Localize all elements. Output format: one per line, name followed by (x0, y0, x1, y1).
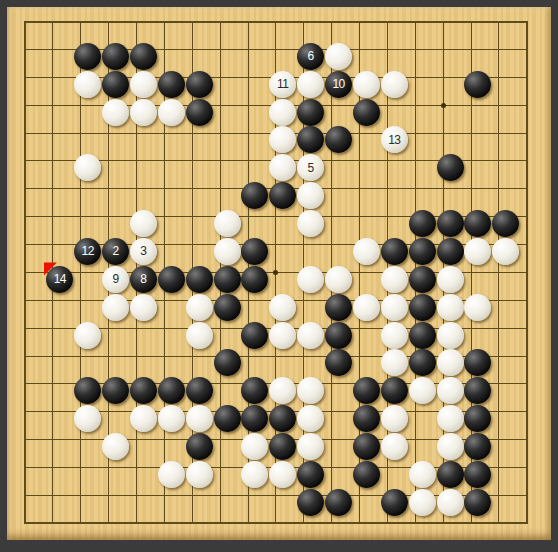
board-point[interactable] (380, 405, 408, 433)
stone-black (241, 405, 268, 432)
board-point[interactable] (185, 377, 213, 405)
board-point[interactable] (241, 433, 269, 461)
board-point[interactable] (157, 405, 185, 433)
board-point[interactable] (436, 210, 464, 238)
board-point[interactable] (157, 98, 185, 126)
stone-black (214, 266, 241, 293)
stone-white (74, 322, 101, 349)
board-point[interactable] (436, 154, 464, 182)
board-point[interactable]: 8 (130, 265, 158, 293)
stone-black (325, 489, 352, 516)
stone-black (214, 294, 241, 321)
stone-white (102, 433, 129, 460)
board-point[interactable] (74, 154, 102, 182)
board-point[interactable] (464, 70, 492, 98)
stone-black (158, 71, 185, 98)
stone-black (186, 99, 213, 126)
stone-black (409, 266, 436, 293)
stone-white (297, 210, 324, 237)
stone-black (186, 377, 213, 404)
board-point[interactable] (436, 238, 464, 266)
board-point[interactable] (74, 42, 102, 70)
board-point[interactable] (436, 433, 464, 461)
board-point[interactable] (436, 488, 464, 516)
move-number-label: 3 (140, 245, 146, 257)
board-point[interactable]: 6 (297, 42, 325, 70)
board-point[interactable]: 9 (102, 265, 130, 293)
stone-white (158, 405, 185, 432)
board-point[interactable] (102, 42, 130, 70)
board-point[interactable] (436, 321, 464, 349)
stone-white (437, 433, 464, 460)
board-point[interactable] (436, 265, 464, 293)
board-point[interactable] (74, 70, 102, 98)
stone-black (186, 433, 213, 460)
board-point[interactable] (269, 293, 297, 321)
board-point[interactable] (353, 461, 381, 489)
move-number-label: 8 (140, 273, 146, 285)
board-point[interactable] (185, 321, 213, 349)
stone-white (437, 266, 464, 293)
stone-black (492, 210, 519, 237)
board-point[interactable] (269, 405, 297, 433)
board-point[interactable] (213, 293, 241, 321)
board-point[interactable] (408, 293, 436, 321)
board-point[interactable] (325, 293, 353, 321)
board-point[interactable] (297, 265, 325, 293)
board-point[interactable] (464, 461, 492, 489)
stone-black (437, 154, 464, 181)
stone-black (158, 266, 185, 293)
board-point[interactable] (185, 265, 213, 293)
board-point[interactable] (492, 238, 520, 266)
move-number-label: 2 (112, 245, 118, 257)
stone-black (464, 377, 491, 404)
board-point[interactable] (325, 349, 353, 377)
board-point[interactable]: 14 (46, 265, 74, 293)
board-point[interactable] (380, 488, 408, 516)
board-point[interactable] (241, 461, 269, 489)
board-point[interactable] (269, 98, 297, 126)
stone-black (325, 322, 352, 349)
board-point[interactable] (436, 377, 464, 405)
board-point[interactable] (185, 70, 213, 98)
stone-black (325, 294, 352, 321)
stone-black (241, 182, 268, 209)
stone-black (74, 43, 101, 70)
stone-white (381, 405, 408, 432)
stone-white (269, 322, 296, 349)
board-point[interactable] (464, 377, 492, 405)
board-point[interactable] (185, 98, 213, 126)
board-point[interactable] (213, 405, 241, 433)
board-point[interactable] (353, 98, 381, 126)
board-point[interactable] (74, 377, 102, 405)
board-point[interactable] (325, 265, 353, 293)
stone-black (269, 182, 296, 209)
board-point[interactable] (353, 238, 381, 266)
board-point[interactable] (130, 98, 158, 126)
board-point[interactable] (492, 210, 520, 238)
stone-black (437, 461, 464, 488)
stone-white: 9 (102, 266, 129, 293)
stone-black (130, 43, 157, 70)
stone-white: 13 (381, 126, 408, 153)
stone-white (297, 71, 324, 98)
board-point[interactable] (130, 377, 158, 405)
stone-black: 12 (74, 238, 101, 265)
board-point[interactable] (130, 210, 158, 238)
stone-black (102, 377, 129, 404)
board-point[interactable] (353, 377, 381, 405)
board-point[interactable] (297, 433, 325, 461)
board-point[interactable] (408, 265, 436, 293)
stone-white (158, 461, 185, 488)
board-point[interactable] (436, 405, 464, 433)
stone-black (130, 377, 157, 404)
board-point[interactable] (464, 405, 492, 433)
board-point[interactable] (353, 293, 381, 321)
board-point[interactable] (353, 70, 381, 98)
stone-white (269, 99, 296, 126)
stone-white (437, 405, 464, 432)
stone-black (241, 266, 268, 293)
board-point[interactable]: 2 (102, 238, 130, 266)
board-point[interactable] (185, 461, 213, 489)
board-point[interactable] (408, 349, 436, 377)
board-point[interactable] (297, 405, 325, 433)
stone-black (409, 238, 436, 265)
board-point[interactable] (436, 461, 464, 489)
stones-grid: 6111013512231498 (18, 15, 548, 545)
move-number-label: 12 (82, 245, 94, 257)
board-point[interactable] (130, 42, 158, 70)
board-point[interactable] (436, 349, 464, 377)
stone-white (74, 405, 101, 432)
board-point[interactable] (297, 461, 325, 489)
stone-black (464, 71, 491, 98)
board-point[interactable] (157, 377, 185, 405)
stone-white (269, 377, 296, 404)
move-number-label: 14 (54, 273, 66, 285)
stone-white (297, 182, 324, 209)
board-point[interactable] (213, 265, 241, 293)
stone-black (297, 99, 324, 126)
stone-white (492, 238, 519, 265)
board-point[interactable] (325, 126, 353, 154)
stone-white (381, 349, 408, 376)
stone-black: 6 (297, 43, 324, 70)
stone-white (214, 238, 241, 265)
stone-white (437, 377, 464, 404)
board-point[interactable]: 5 (297, 154, 325, 182)
board-point[interactable] (157, 461, 185, 489)
board-point[interactable] (436, 293, 464, 321)
stone-black (464, 489, 491, 516)
stone-white (353, 238, 380, 265)
go-diagram-screenshot: 6111013512231498 (0, 0, 558, 552)
stone-black (464, 405, 491, 432)
board-point[interactable] (408, 461, 436, 489)
stone-black (381, 489, 408, 516)
stone-white (102, 99, 129, 126)
stone-black (186, 71, 213, 98)
board-point[interactable] (464, 488, 492, 516)
stone-black (381, 377, 408, 404)
stone-white (437, 349, 464, 376)
stone-white (269, 294, 296, 321)
stone-black (74, 377, 101, 404)
stone-black: 14 (46, 266, 73, 293)
board-point[interactable] (464, 433, 492, 461)
board-point[interactable] (297, 377, 325, 405)
stone-white (437, 322, 464, 349)
stone-black (409, 349, 436, 376)
stone-black (297, 126, 324, 153)
board-point[interactable] (241, 377, 269, 405)
stone-white (269, 154, 296, 181)
move-number-label: 13 (388, 134, 400, 146)
stone-black (269, 433, 296, 460)
stone-black (325, 126, 352, 153)
stone-white (464, 294, 491, 321)
board-point[interactable] (380, 433, 408, 461)
stone-white (158, 99, 185, 126)
stone-white (186, 461, 213, 488)
board-point[interactable] (269, 182, 297, 210)
board-point[interactable] (241, 182, 269, 210)
stone-black: 8 (130, 266, 157, 293)
stone-black (464, 433, 491, 460)
stone-black (437, 238, 464, 265)
stone-white (186, 294, 213, 321)
board-point[interactable] (269, 321, 297, 349)
board-point[interactable] (130, 70, 158, 98)
stone-white (130, 99, 157, 126)
stone-white (409, 489, 436, 516)
stone-black (269, 405, 296, 432)
stone-white (214, 210, 241, 237)
board-point[interactable] (297, 182, 325, 210)
board-point[interactable]: 12 (74, 238, 102, 266)
stone-black (297, 489, 324, 516)
stone-white (409, 461, 436, 488)
board-point[interactable] (297, 126, 325, 154)
board-point[interactable] (297, 98, 325, 126)
stone-white (297, 266, 324, 293)
stone-black (353, 433, 380, 460)
board-point[interactable] (408, 321, 436, 349)
stone-white (297, 377, 324, 404)
stone-white (381, 433, 408, 460)
board-point[interactable] (241, 405, 269, 433)
stone-black (409, 322, 436, 349)
board-point[interactable] (102, 433, 130, 461)
board-point[interactable] (325, 42, 353, 70)
stone-white (437, 294, 464, 321)
board-point[interactable] (241, 321, 269, 349)
stone-white (130, 294, 157, 321)
stone-white (269, 461, 296, 488)
board-point[interactable] (325, 488, 353, 516)
board-point[interactable] (353, 433, 381, 461)
stone-black (214, 405, 241, 432)
stone-white (130, 405, 157, 432)
board-point[interactable] (297, 321, 325, 349)
board-point[interactable] (269, 433, 297, 461)
board-point[interactable] (130, 405, 158, 433)
stone-black (437, 210, 464, 237)
stone-white (381, 294, 408, 321)
stone-black (353, 405, 380, 432)
board-point[interactable] (464, 210, 492, 238)
stone-black (214, 349, 241, 376)
board-point[interactable] (297, 488, 325, 516)
board-point[interactable]: 3 (130, 238, 158, 266)
board-point[interactable] (380, 321, 408, 349)
stone-black (409, 294, 436, 321)
board-point[interactable] (213, 349, 241, 377)
board-point[interactable] (241, 265, 269, 293)
board-point[interactable] (380, 349, 408, 377)
board-point[interactable] (269, 126, 297, 154)
stone-black (241, 377, 268, 404)
board-point[interactable] (157, 265, 185, 293)
board-point[interactable] (408, 377, 436, 405)
board-point[interactable] (269, 377, 297, 405)
stone-black (409, 210, 436, 237)
stone-white (409, 377, 436, 404)
stone-black (381, 238, 408, 265)
board-point[interactable] (185, 433, 213, 461)
stone-white (241, 461, 268, 488)
stone-black (241, 238, 268, 265)
move-number-label: 6 (308, 50, 314, 62)
board-point[interactable] (74, 321, 102, 349)
move-number-label: 5 (308, 162, 314, 174)
board-point[interactable] (269, 154, 297, 182)
board-point[interactable] (325, 321, 353, 349)
board-point[interactable] (102, 293, 130, 321)
move-number-label: 10 (332, 78, 344, 90)
stone-white (241, 433, 268, 460)
board-point[interactable] (380, 238, 408, 266)
stone-black (102, 43, 129, 70)
board-point[interactable] (297, 70, 325, 98)
board-point[interactable] (297, 210, 325, 238)
board-point[interactable]: 13 (380, 126, 408, 154)
board-point[interactable] (102, 98, 130, 126)
stone-white (381, 322, 408, 349)
stone-white (437, 489, 464, 516)
move-number-label: 9 (112, 273, 118, 285)
board-point[interactable] (464, 349, 492, 377)
board-point[interactable] (353, 405, 381, 433)
stone-white (325, 266, 352, 293)
board-point[interactable] (74, 405, 102, 433)
stone-black (158, 377, 185, 404)
stone-white (464, 238, 491, 265)
stone-white (74, 154, 101, 181)
stone-white (297, 433, 324, 460)
stone-black (353, 461, 380, 488)
stone-black (102, 71, 129, 98)
board-point[interactable] (185, 293, 213, 321)
board-point[interactable] (130, 293, 158, 321)
stone-black (297, 461, 324, 488)
board-point[interactable] (269, 461, 297, 489)
board-point[interactable] (408, 238, 436, 266)
stone-white: 3 (130, 238, 157, 265)
move-number-label: 11 (277, 78, 288, 90)
stone-black: 10 (325, 71, 352, 98)
stone-white (186, 405, 213, 432)
board-point[interactable] (213, 238, 241, 266)
stone-white (130, 71, 157, 98)
stone-black (241, 322, 268, 349)
board-point[interactable] (380, 293, 408, 321)
stone-white (381, 71, 408, 98)
stone-white: 11 (269, 71, 296, 98)
stone-white (186, 322, 213, 349)
stone-black (353, 377, 380, 404)
board-point[interactable] (102, 377, 130, 405)
board-point[interactable] (464, 238, 492, 266)
board-point[interactable] (185, 405, 213, 433)
goban[interactable]: 6111013512231498 (7, 7, 551, 540)
stone-black (353, 99, 380, 126)
stone-black (464, 461, 491, 488)
stone-white (102, 294, 129, 321)
board-point[interactable]: 11 (269, 70, 297, 98)
board-point[interactable] (464, 293, 492, 321)
stone-white (297, 322, 324, 349)
board-point[interactable] (380, 265, 408, 293)
stone-white (353, 294, 380, 321)
stone-black (325, 349, 352, 376)
stone-white (297, 405, 324, 432)
stone-black (186, 266, 213, 293)
board-point[interactable] (241, 238, 269, 266)
stone-white (74, 71, 101, 98)
stone-white (381, 266, 408, 293)
board-point[interactable] (380, 377, 408, 405)
stone-black: 2 (102, 238, 129, 265)
board-point[interactable] (380, 70, 408, 98)
board-point[interactable]: 10 (325, 70, 353, 98)
board-point[interactable] (408, 488, 436, 516)
stone-white (130, 210, 157, 237)
stone-black (464, 349, 491, 376)
board-point[interactable] (408, 210, 436, 238)
stone-black (464, 210, 491, 237)
board-point[interactable] (213, 210, 241, 238)
stone-white (269, 126, 296, 153)
board-point[interactable] (102, 70, 130, 98)
stone-white (353, 71, 380, 98)
board-point[interactable] (157, 70, 185, 98)
stone-white (325, 43, 352, 70)
stone-white: 5 (297, 154, 324, 181)
